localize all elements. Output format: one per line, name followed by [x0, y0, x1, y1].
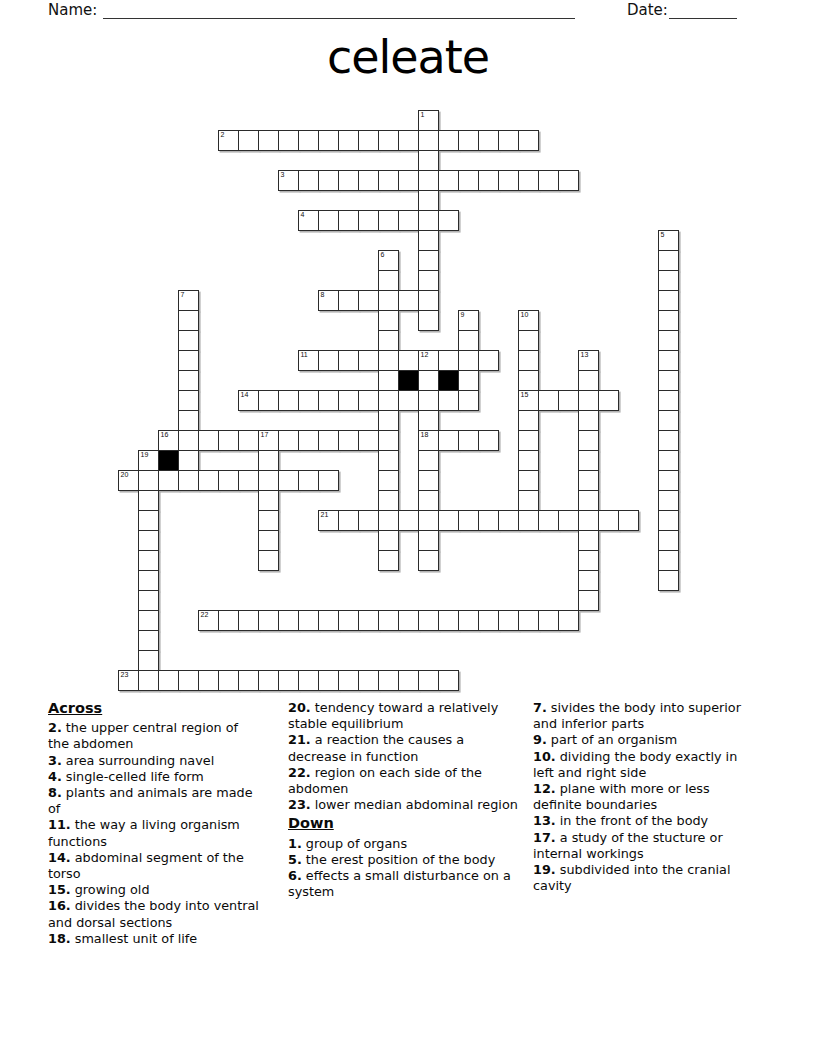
down-clue-1: 1. group of organs: [288, 836, 520, 852]
grid-cell[interactable]: [578, 410, 599, 431]
grid-cell[interactable]: [138, 670, 159, 691]
grid-cell[interactable]: [418, 250, 439, 271]
grid-cell[interactable]: [378, 330, 399, 351]
grid-cell[interactable]: 23: [118, 670, 139, 691]
grid-cell[interactable]: [598, 510, 619, 531]
grid-cell[interactable]: [338, 350, 359, 371]
grid-cell[interactable]: 19: [138, 450, 159, 471]
grid-cell[interactable]: [338, 510, 359, 531]
grid-cell[interactable]: [338, 670, 359, 691]
grid-cell[interactable]: [338, 430, 359, 451]
grid-cell[interactable]: [518, 350, 539, 371]
grid-cell[interactable]: 22: [198, 610, 219, 631]
grid-cell[interactable]: [178, 370, 199, 391]
grid-cell[interactable]: [578, 390, 599, 411]
grid-cell[interactable]: 13: [578, 350, 599, 371]
grid-cell[interactable]: [478, 170, 499, 191]
grid-cell[interactable]: [418, 370, 439, 391]
grid-cell[interactable]: [478, 430, 499, 451]
across-clue-3: 3. area surrounding navel: [48, 753, 262, 769]
grid-cell[interactable]: [278, 430, 299, 451]
grid-cell[interactable]: [138, 570, 159, 591]
grid-cell[interactable]: [138, 550, 159, 571]
grid-cell[interactable]: [418, 390, 439, 411]
clue-number: 6: [381, 251, 385, 259]
grid-cell[interactable]: [378, 390, 399, 411]
grid-cell[interactable]: [218, 430, 239, 451]
grid-cell[interactable]: 1: [418, 110, 439, 131]
grid-cell[interactable]: [378, 470, 399, 491]
clue-number: 20: [121, 471, 129, 479]
clue-number: 19: [141, 451, 149, 459]
grid-cell[interactable]: [278, 470, 299, 491]
grid-cell[interactable]: [458, 510, 479, 531]
grid-cell[interactable]: [578, 430, 599, 451]
grid-cell[interactable]: [138, 470, 159, 491]
grid-cell[interactable]: [418, 470, 439, 491]
grid-cell[interactable]: [518, 170, 539, 191]
grid-cell[interactable]: 18: [418, 430, 439, 451]
grid-cell[interactable]: [178, 410, 199, 431]
grid-cell[interactable]: [258, 470, 279, 491]
grid-cell[interactable]: 4: [298, 210, 319, 231]
grid-cell[interactable]: [578, 450, 599, 471]
grid-cell[interactable]: 15: [518, 390, 539, 411]
grid-cell[interactable]: [318, 130, 339, 151]
grid-cell[interactable]: [378, 130, 399, 151]
grid-cell[interactable]: [258, 530, 279, 551]
grid-cell[interactable]: [138, 530, 159, 551]
grid-cell[interactable]: [138, 630, 159, 651]
grid-cell[interactable]: [458, 430, 479, 451]
grid-cell[interactable]: 21: [318, 510, 339, 531]
grid-cell[interactable]: [378, 510, 399, 531]
across-header: Across: [48, 700, 262, 716]
grid-cell[interactable]: [578, 510, 599, 531]
grid-cell[interactable]: [458, 330, 479, 351]
grid-cell[interactable]: [418, 190, 439, 211]
worksheet-page: Name: Date: celeate 12345678910111213141…: [0, 0, 816, 1056]
black-cell: [398, 370, 419, 391]
name-write-line[interactable]: [103, 1, 575, 19]
clue-number: 16: [161, 431, 169, 439]
grid-cell[interactable]: [498, 170, 519, 191]
clue-number: 14: [241, 391, 249, 399]
grid-cell[interactable]: [358, 290, 379, 311]
grid-cell[interactable]: [278, 670, 299, 691]
grid-cell[interactable]: [378, 610, 399, 631]
grid-cell[interactable]: [658, 450, 679, 471]
grid-cell[interactable]: [658, 250, 679, 271]
across-clue-14: 14. abdominal segment of the torso: [48, 850, 262, 882]
grid-cell[interactable]: [558, 610, 579, 631]
grid-cell[interactable]: [398, 130, 419, 151]
down-clue-13: 13. in the front of the body: [533, 813, 757, 829]
grid-cell[interactable]: [578, 590, 599, 611]
grid-cell[interactable]: [398, 170, 419, 191]
clue-number: 5: [661, 231, 665, 239]
clue-number: 7: [181, 291, 185, 299]
grid-cell[interactable]: [518, 370, 539, 391]
grid-cell[interactable]: 7: [178, 290, 199, 311]
grid-cell[interactable]: [158, 670, 179, 691]
grid-cell[interactable]: [378, 170, 399, 191]
grid-cell[interactable]: 5: [658, 230, 679, 251]
clue-number: 23: [121, 671, 129, 679]
grid-cell[interactable]: [658, 470, 679, 491]
grid-cell[interactable]: [238, 470, 259, 491]
grid-cell[interactable]: [398, 350, 419, 371]
grid-cell[interactable]: [398, 390, 419, 411]
grid-cell[interactable]: [418, 310, 439, 331]
grid-cell[interactable]: [298, 130, 319, 151]
grid-cell[interactable]: [438, 130, 459, 151]
clue-column-middle: 20. tendency toward a relatively stable …: [288, 700, 520, 900]
grid-cell[interactable]: [178, 470, 199, 491]
grid-cell[interactable]: [438, 430, 459, 451]
clue-number: 11: [301, 351, 308, 359]
grid-cell[interactable]: [418, 270, 439, 291]
across-clue-21: 21. a reaction the causes a decrease in …: [288, 732, 520, 764]
grid-cell[interactable]: [438, 390, 459, 411]
grid-cell[interactable]: [358, 350, 379, 371]
grid-cell[interactable]: [258, 550, 279, 571]
clue-number: 9: [461, 311, 465, 319]
grid-cell[interactable]: [518, 410, 539, 431]
grid-cell[interactable]: [338, 130, 359, 151]
grid-cell[interactable]: [538, 170, 559, 191]
grid-cell[interactable]: [558, 510, 579, 531]
clue-column-down: 7. sivides the body into superior and in…: [533, 700, 757, 894]
across-clue-list: 2. the upper central region of the abdom…: [48, 720, 262, 947]
grid-cell[interactable]: [378, 450, 399, 471]
grid-cell[interactable]: [178, 310, 199, 331]
clue-number: 3: [281, 171, 285, 179]
grid-cell[interactable]: [238, 670, 259, 691]
clue-number: 17: [261, 431, 269, 439]
grid-cell[interactable]: [238, 130, 259, 151]
across-clue-list-continued: 20. tendency toward a relatively stable …: [288, 700, 520, 813]
grid-cell[interactable]: [478, 130, 499, 151]
grid-cell[interactable]: [518, 490, 539, 511]
grid-cell[interactable]: [418, 290, 439, 311]
grid-cell[interactable]: [418, 670, 439, 691]
grid-cell[interactable]: [538, 390, 559, 411]
grid-cell[interactable]: [358, 510, 379, 531]
grid-cell[interactable]: [358, 430, 379, 451]
grid-cell[interactable]: [358, 130, 379, 151]
grid-cell[interactable]: [338, 210, 359, 231]
clue-number: 22: [201, 611, 209, 619]
grid-cell[interactable]: [258, 390, 279, 411]
grid-cell[interactable]: [578, 470, 599, 491]
grid-cell[interactable]: [578, 570, 599, 591]
down-clue-17: 17. a study of the stucture or internal …: [533, 830, 757, 862]
grid-cell[interactable]: [198, 670, 219, 691]
grid-cell[interactable]: [658, 490, 679, 511]
grid-cell[interactable]: [438, 510, 459, 531]
grid-cell[interactable]: [458, 130, 479, 151]
down-clue-7: 7. sivides the body into superior and in…: [533, 700, 757, 732]
grid-cell[interactable]: [518, 610, 539, 631]
black-cell: [158, 450, 179, 471]
grid-cell[interactable]: [198, 430, 219, 451]
grid-cell[interactable]: [298, 670, 319, 691]
across-clue-18: 18. smallest unit of life: [48, 931, 262, 947]
grid-cell[interactable]: [138, 590, 159, 611]
grid-cell[interactable]: [318, 670, 339, 691]
grid-cell[interactable]: [338, 290, 359, 311]
grid-cell[interactable]: [498, 510, 519, 531]
grid-cell[interactable]: [258, 670, 279, 691]
crossword-grid: 1234567891011121314151617181920212223: [118, 110, 679, 691]
grid-cell[interactable]: 12: [418, 350, 439, 371]
across-clue-22: 22. region on each side of the abdomen: [288, 765, 520, 797]
grid-cell[interactable]: [158, 470, 179, 491]
across-clue-2: 2. the upper central region of the abdom…: [48, 720, 262, 752]
grid-cell[interactable]: [338, 390, 359, 411]
grid-cell[interactable]: [138, 610, 159, 631]
grid-cell[interactable]: [318, 170, 339, 191]
date-write-line[interactable]: [669, 1, 737, 19]
grid-cell[interactable]: [478, 610, 499, 631]
grid-cell[interactable]: [278, 130, 299, 151]
grid-cell[interactable]: [338, 610, 359, 631]
grid-cell[interactable]: [358, 390, 379, 411]
grid-cell[interactable]: [398, 670, 419, 691]
grid-cell[interactable]: [438, 170, 459, 191]
clue-number: 4: [301, 211, 305, 219]
clue-number: 8: [321, 291, 325, 299]
grid-cell[interactable]: 3: [278, 170, 299, 191]
grid-cell[interactable]: [458, 390, 479, 411]
name-label: Name:: [48, 1, 97, 19]
grid-cell[interactable]: [518, 330, 539, 351]
grid-cell[interactable]: [258, 610, 279, 631]
grid-cell[interactable]: [258, 510, 279, 531]
grid-cell[interactable]: [438, 610, 459, 631]
grid-cell[interactable]: [418, 450, 439, 471]
grid-cell[interactable]: [418, 610, 439, 631]
grid-cell[interactable]: [658, 350, 679, 371]
grid-cell[interactable]: 20: [118, 470, 139, 491]
grid-cell[interactable]: [378, 430, 399, 451]
grid-cell[interactable]: [218, 670, 239, 691]
grid-cell[interactable]: 14: [238, 390, 259, 411]
grid-cell[interactable]: [438, 210, 459, 231]
clue-number: 1: [421, 111, 425, 119]
grid-cell[interactable]: [178, 450, 199, 471]
grid-cell[interactable]: [658, 570, 679, 591]
grid-cell[interactable]: [238, 610, 259, 631]
grid-cell[interactable]: [258, 450, 279, 471]
grid-cell[interactable]: [658, 390, 679, 411]
grid-cell[interactable]: [518, 450, 539, 471]
grid-cell[interactable]: [518, 510, 539, 531]
grid-cell[interactable]: [218, 470, 239, 491]
across-clue-8: 8. plants and animals are made of: [48, 785, 262, 817]
across-clue-16: 16. divides the body into ventral and do…: [48, 898, 262, 930]
grid-cell[interactable]: [378, 670, 399, 691]
grid-cell[interactable]: [418, 170, 439, 191]
grid-cell[interactable]: [378, 370, 399, 391]
grid-cell[interactable]: [658, 290, 679, 311]
grid-cell[interactable]: [398, 290, 419, 311]
across-clue-4: 4. single-celled life form: [48, 769, 262, 785]
grid-cell[interactable]: [178, 330, 199, 351]
clue-column-across: Across 2. the upper central region of th…: [48, 700, 262, 947]
grid-cell[interactable]: [418, 410, 439, 431]
grid-cell[interactable]: [378, 490, 399, 511]
across-clue-11: 11. the way a living organism functions: [48, 817, 262, 849]
grid-cell[interactable]: [178, 670, 199, 691]
grid-cell[interactable]: [518, 130, 539, 151]
grid-cell[interactable]: [138, 510, 159, 531]
grid-cell[interactable]: [358, 170, 379, 191]
clue-number: 18: [421, 431, 429, 439]
grid-cell[interactable]: [378, 270, 399, 291]
grid-cell[interactable]: [658, 430, 679, 451]
grid-cell[interactable]: [138, 650, 159, 671]
grid-cell[interactable]: [218, 610, 239, 631]
grid-cell[interactable]: [178, 390, 199, 411]
grid-cell[interactable]: [658, 550, 679, 571]
grid-cell[interactable]: [518, 470, 539, 491]
grid-cell[interactable]: [498, 610, 519, 631]
grid-cell[interactable]: [378, 410, 399, 431]
grid-cell[interactable]: [578, 490, 599, 511]
grid-cell[interactable]: [558, 170, 579, 191]
grid-cell[interactable]: [538, 510, 559, 531]
clue-number: 10: [521, 311, 529, 319]
grid-cell[interactable]: [658, 530, 679, 551]
clue-number: 15: [521, 391, 529, 399]
down-clue-list: 1. group of organs5. the erest position …: [288, 836, 520, 901]
grid-cell[interactable]: [318, 350, 339, 371]
grid-cell[interactable]: 16: [158, 430, 179, 451]
grid-cell[interactable]: [318, 210, 339, 231]
grid-cell[interactable]: [418, 510, 439, 531]
grid-cell[interactable]: [458, 610, 479, 631]
grid-cell[interactable]: [418, 550, 439, 571]
grid-cell[interactable]: [358, 670, 379, 691]
grid-cell[interactable]: [138, 490, 159, 511]
grid-cell[interactable]: [198, 470, 219, 491]
grid-cell[interactable]: [658, 330, 679, 351]
grid-cell[interactable]: [318, 610, 339, 631]
grid-cell[interactable]: [658, 310, 679, 331]
grid-cell[interactable]: [658, 270, 679, 291]
grid-cell[interactable]: [378, 550, 399, 571]
grid-cell[interactable]: [278, 610, 299, 631]
grid-cell[interactable]: [658, 370, 679, 391]
grid-cell[interactable]: [378, 290, 399, 311]
grid-cell[interactable]: [558, 390, 579, 411]
grid-cell[interactable]: 10: [518, 310, 539, 331]
down-clue-list-continued: 7. sivides the body into superior and in…: [533, 700, 757, 894]
black-cell: [438, 370, 459, 391]
grid-cell[interactable]: [478, 350, 499, 371]
grid-cell[interactable]: [538, 610, 559, 631]
grid-cell[interactable]: [318, 430, 339, 451]
grid-cell[interactable]: [418, 150, 439, 171]
grid-cell[interactable]: [458, 350, 479, 371]
down-clue-5: 5. the erest position of the body: [288, 852, 520, 868]
grid-cell[interactable]: [338, 170, 359, 191]
grid-cell[interactable]: [298, 170, 319, 191]
puzzle-title: celeate: [0, 30, 816, 84]
grid-cell[interactable]: [398, 610, 419, 631]
grid-cell[interactable]: [458, 170, 479, 191]
grid-cell[interactable]: [298, 610, 319, 631]
grid-cell[interactable]: [478, 510, 499, 531]
grid-cell[interactable]: [578, 550, 599, 571]
across-clue-15: 15. growing old: [48, 882, 262, 898]
grid-cell[interactable]: [418, 210, 439, 231]
grid-cell[interactable]: [438, 350, 459, 371]
grid-cell[interactable]: [298, 430, 319, 451]
clue-number: 13: [581, 351, 589, 359]
grid-cell[interactable]: [418, 530, 439, 551]
grid-cell[interactable]: [458, 370, 479, 391]
grid-cell[interactable]: [658, 510, 679, 531]
grid-cell[interactable]: [378, 530, 399, 551]
grid-cell[interactable]: [178, 430, 199, 451]
grid-cell[interactable]: [398, 510, 419, 531]
down-clue-12: 12. plane with more or less definite bou…: [533, 781, 757, 813]
grid-cell[interactable]: [298, 470, 319, 491]
grid-cell[interactable]: [498, 130, 519, 151]
clue-number: 12: [421, 351, 429, 359]
grid-cell[interactable]: [238, 430, 259, 451]
grid-cell[interactable]: [398, 210, 419, 231]
grid-cell[interactable]: [378, 310, 399, 331]
grid-cell[interactable]: [418, 130, 439, 151]
grid-cell[interactable]: [418, 230, 439, 251]
down-clue-19: 19. subdivided into the cranial cavity: [533, 862, 757, 894]
grid-cell[interactable]: [378, 210, 399, 231]
grid-cell[interactable]: 17: [258, 430, 279, 451]
grid-cell[interactable]: [358, 610, 379, 631]
grid-cell[interactable]: 11: [298, 350, 319, 371]
grid-cell[interactable]: [618, 510, 639, 531]
grid-cell[interactable]: [258, 490, 279, 511]
grid-cell[interactable]: [278, 390, 299, 411]
grid-cell[interactable]: [518, 430, 539, 451]
grid-cell[interactable]: [358, 210, 379, 231]
down-clue-6: 6. effects a small disturbance on a syst…: [288, 868, 520, 900]
grid-cell[interactable]: [578, 370, 599, 391]
grid-cell[interactable]: [578, 530, 599, 551]
grid-cell[interactable]: [318, 390, 339, 411]
grid-cell[interactable]: 9: [458, 310, 479, 331]
grid-cell[interactable]: 6: [378, 250, 399, 271]
grid-cell[interactable]: [418, 490, 439, 511]
grid-cell[interactable]: [178, 350, 199, 371]
grid-cell[interactable]: 8: [318, 290, 339, 311]
grid-cell[interactable]: [658, 410, 679, 431]
across-clue-23: 23. lower median abdominal region: [288, 797, 520, 813]
grid-cell[interactable]: [378, 350, 399, 371]
grid-cell[interactable]: [598, 390, 619, 411]
grid-cell[interactable]: 2: [218, 130, 239, 151]
clue-number: 21: [321, 511, 329, 519]
grid-cell[interactable]: [258, 130, 279, 151]
grid-cell[interactable]: [298, 390, 319, 411]
grid-cell[interactable]: [438, 670, 459, 691]
grid-cell[interactable]: [318, 470, 339, 491]
across-clue-20: 20. tendency toward a relatively stable …: [288, 700, 520, 732]
